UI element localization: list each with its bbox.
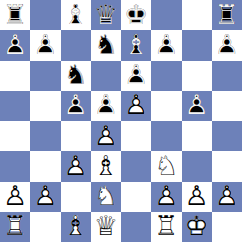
- rook-glyph-outline: ♖: [151, 212, 181, 242]
- square-d6[interactable]: [91, 61, 121, 91]
- square-g4[interactable]: [182, 121, 212, 151]
- chess-board: ♜♖♝♗♛♕♚♔♜♖♟♙♟♙♞♘♝♗♟♙♟♙♞♘♟♙♟♙♟♙♟♙♟♙♟♙♟♙♝♗…: [0, 0, 242, 242]
- square-c2[interactable]: [61, 182, 91, 212]
- square-d1[interactable]: ♛♕: [91, 212, 121, 242]
- black-rook: ♜♖: [0, 0, 30, 30]
- black-bishop: ♝♗: [61, 0, 91, 30]
- white-knight: ♞♘: [151, 151, 181, 181]
- square-b8[interactable]: [30, 0, 60, 30]
- pawn-glyph-outline: ♙: [0, 30, 30, 60]
- white-bishop: ♝♗: [61, 212, 91, 242]
- square-e5[interactable]: ♟♙: [121, 91, 151, 121]
- square-a4[interactable]: [0, 121, 30, 151]
- square-c4[interactable]: [61, 121, 91, 151]
- pawn-glyph-outline: ♙: [0, 182, 30, 212]
- square-h1[interactable]: [212, 212, 242, 242]
- pawn-glyph-outline: ♙: [182, 91, 212, 121]
- black-knight: ♞♘: [61, 61, 91, 91]
- black-queen: ♛♕: [91, 0, 121, 30]
- square-d2[interactable]: ♞♘: [91, 182, 121, 212]
- pawn-glyph-outline: ♙: [61, 151, 91, 181]
- black-pawn: ♟♙: [121, 61, 151, 91]
- square-d7[interactable]: ♞♘: [91, 30, 121, 60]
- queen-glyph-outline: ♕: [91, 0, 121, 30]
- knight-glyph-outline: ♘: [91, 182, 121, 212]
- pawn-glyph-outline: ♙: [91, 91, 121, 121]
- square-g7[interactable]: [182, 30, 212, 60]
- square-c7[interactable]: [61, 30, 91, 60]
- square-c1[interactable]: ♝♗: [61, 212, 91, 242]
- black-pawn: ♟♙: [212, 30, 242, 60]
- pawn-glyph-outline: ♙: [212, 182, 242, 212]
- pawn-glyph-outline: ♙: [182, 182, 212, 212]
- square-f7[interactable]: ♟♙: [151, 30, 181, 60]
- black-pawn: ♟♙: [151, 30, 181, 60]
- square-a5[interactable]: [0, 91, 30, 121]
- pawn-glyph-outline: ♙: [151, 30, 181, 60]
- square-d4[interactable]: ♟♙: [91, 121, 121, 151]
- knight-glyph-outline: ♘: [91, 30, 121, 60]
- pawn-glyph-outline: ♙: [121, 91, 151, 121]
- square-a6[interactable]: [0, 61, 30, 91]
- bishop-glyph-outline: ♗: [61, 0, 91, 30]
- square-b7[interactable]: ♟♙: [30, 30, 60, 60]
- square-d5[interactable]: ♟♙: [91, 91, 121, 121]
- white-pawn: ♟♙: [182, 182, 212, 212]
- square-a8[interactable]: ♜♖: [0, 0, 30, 30]
- square-d3[interactable]: ♝♗: [91, 151, 121, 181]
- square-e8[interactable]: ♚♔: [121, 0, 151, 30]
- pawn-glyph-outline: ♙: [30, 30, 60, 60]
- square-e6[interactable]: ♟♙: [121, 61, 151, 91]
- square-f8[interactable]: [151, 0, 181, 30]
- square-e1[interactable]: [121, 212, 151, 242]
- square-d8[interactable]: ♛♕: [91, 0, 121, 30]
- square-f6[interactable]: [151, 61, 181, 91]
- black-rook: ♜♖: [212, 0, 242, 30]
- bishop-glyph-outline: ♗: [61, 212, 91, 242]
- white-pawn: ♟♙: [30, 182, 60, 212]
- white-queen: ♛♕: [91, 212, 121, 242]
- square-f3[interactable]: ♞♘: [151, 151, 181, 181]
- square-a3[interactable]: [0, 151, 30, 181]
- square-h4[interactable]: [212, 121, 242, 151]
- square-a7[interactable]: ♟♙: [0, 30, 30, 60]
- square-f4[interactable]: [151, 121, 181, 151]
- square-h5[interactable]: [212, 91, 242, 121]
- square-b6[interactable]: [30, 61, 60, 91]
- black-pawn: ♟♙: [182, 91, 212, 121]
- white-pawn: ♟♙: [121, 91, 151, 121]
- black-pawn: ♟♙: [61, 91, 91, 121]
- square-f2[interactable]: ♟♙: [151, 182, 181, 212]
- king-glyph-outline: ♔: [182, 212, 212, 242]
- pawn-glyph-outline: ♙: [61, 91, 91, 121]
- square-h8[interactable]: ♜♖: [212, 0, 242, 30]
- pawn-glyph-outline: ♙: [30, 182, 60, 212]
- square-c6[interactable]: ♞♘: [61, 61, 91, 91]
- square-b5[interactable]: [30, 91, 60, 121]
- queen-glyph-outline: ♕: [91, 212, 121, 242]
- square-g6[interactable]: [182, 61, 212, 91]
- rook-glyph-outline: ♖: [212, 0, 242, 30]
- square-e2[interactable]: [121, 182, 151, 212]
- pawn-glyph-outline: ♙: [91, 121, 121, 151]
- bishop-glyph-outline: ♗: [91, 151, 121, 181]
- square-b2[interactable]: ♟♙: [30, 182, 60, 212]
- square-b4[interactable]: [30, 121, 60, 151]
- black-pawn: ♟♙: [0, 30, 30, 60]
- square-g3[interactable]: [182, 151, 212, 181]
- square-c8[interactable]: ♝♗: [61, 0, 91, 30]
- square-g8[interactable]: [182, 0, 212, 30]
- rook-glyph-outline: ♖: [0, 212, 30, 242]
- square-g2[interactable]: ♟♙: [182, 182, 212, 212]
- king-glyph-outline: ♔: [121, 0, 151, 30]
- rook-glyph-outline: ♖: [0, 0, 30, 30]
- square-c5[interactable]: ♟♙: [61, 91, 91, 121]
- square-f5[interactable]: [151, 91, 181, 121]
- pawn-glyph-outline: ♙: [212, 30, 242, 60]
- square-c3[interactable]: ♟♙: [61, 151, 91, 181]
- pawn-glyph-outline: ♙: [151, 182, 181, 212]
- white-pawn: ♟♙: [212, 182, 242, 212]
- white-knight: ♞♘: [91, 182, 121, 212]
- square-e7[interactable]: ♝♗: [121, 30, 151, 60]
- black-pawn: ♟♙: [30, 30, 60, 60]
- bishop-glyph-outline: ♗: [121, 30, 151, 60]
- knight-glyph-outline: ♘: [61, 61, 91, 91]
- black-bishop: ♝♗: [121, 30, 151, 60]
- square-e4[interactable]: [121, 121, 151, 151]
- square-b3[interactable]: [30, 151, 60, 181]
- white-rook: ♜♖: [0, 212, 30, 242]
- white-pawn: ♟♙: [91, 121, 121, 151]
- pawn-glyph-outline: ♙: [121, 61, 151, 91]
- square-e3[interactable]: [121, 151, 151, 181]
- square-h6[interactable]: [212, 61, 242, 91]
- white-bishop: ♝♗: [91, 151, 121, 181]
- square-h7[interactable]: ♟♙: [212, 30, 242, 60]
- knight-glyph-outline: ♘: [151, 151, 181, 181]
- square-b1[interactable]: [30, 212, 60, 242]
- black-knight: ♞♘: [91, 30, 121, 60]
- white-rook: ♜♖: [151, 212, 181, 242]
- white-king: ♚♔: [182, 212, 212, 242]
- black-king: ♚♔: [121, 0, 151, 30]
- square-a2[interactable]: ♟♙: [0, 182, 30, 212]
- square-g1[interactable]: ♚♔: [182, 212, 212, 242]
- white-pawn: ♟♙: [61, 151, 91, 181]
- square-f1[interactable]: ♜♖: [151, 212, 181, 242]
- black-pawn: ♟♙: [91, 91, 121, 121]
- white-pawn: ♟♙: [151, 182, 181, 212]
- square-a1[interactable]: ♜♖: [0, 212, 30, 242]
- square-g5[interactable]: ♟♙: [182, 91, 212, 121]
- white-pawn: ♟♙: [0, 182, 30, 212]
- square-h3[interactable]: [212, 151, 242, 181]
- square-h2[interactable]: ♟♙: [212, 182, 242, 212]
